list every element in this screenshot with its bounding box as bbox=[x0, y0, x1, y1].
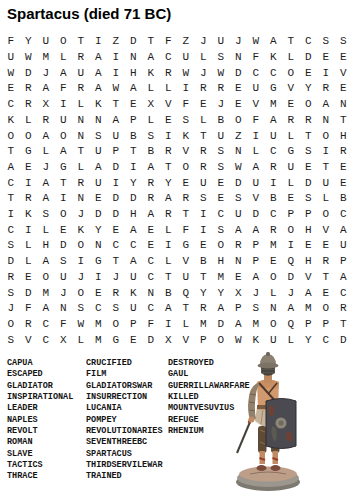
grid-cell: S bbox=[107, 301, 125, 317]
grid-cell: N bbox=[125, 50, 143, 66]
grid-cell: V bbox=[282, 81, 300, 97]
grid-cell: T bbox=[335, 112, 353, 128]
grid-cell: O bbox=[72, 285, 90, 301]
grid-cell: J bbox=[230, 34, 248, 50]
grid-cell: C bbox=[90, 301, 108, 317]
grid-cell: E bbox=[335, 175, 353, 191]
word-list-item: THRACE bbox=[7, 471, 73, 482]
grid-cell: O bbox=[282, 65, 300, 81]
grid-cell: H bbox=[37, 238, 55, 254]
grid-cell: E bbox=[142, 222, 160, 238]
grid-cell: O bbox=[55, 207, 73, 223]
grid-cell: R bbox=[107, 285, 125, 301]
grid-cell: L bbox=[142, 81, 160, 97]
grid-cell: I bbox=[90, 269, 108, 285]
grid-cell: A bbox=[125, 222, 143, 238]
grid-cell: R bbox=[300, 112, 318, 128]
grid-cell: A bbox=[335, 269, 353, 285]
grid-cell: O bbox=[265, 269, 283, 285]
grid-cell: A bbox=[90, 160, 108, 176]
grid-cell: T bbox=[195, 128, 213, 144]
grid-cell: H bbox=[125, 207, 143, 223]
grid-cell: I bbox=[107, 175, 125, 191]
grid-cell: D bbox=[300, 175, 318, 191]
grid-cell: A bbox=[90, 81, 108, 97]
grid-cell: A bbox=[230, 222, 248, 238]
grid-cell: R bbox=[265, 222, 283, 238]
grid-cell: F bbox=[55, 81, 73, 97]
grid-cell: A bbox=[230, 317, 248, 333]
grid-cell: T bbox=[72, 34, 90, 50]
grid-cell: L bbox=[282, 50, 300, 66]
grid-cell: R bbox=[20, 317, 38, 333]
grid-cell: R bbox=[335, 301, 353, 317]
grid-cell: V bbox=[177, 332, 195, 348]
grid-cell: O bbox=[317, 301, 335, 317]
grid-cell: L bbox=[20, 254, 38, 270]
grid-cell: P bbox=[282, 207, 300, 223]
grid-cell: R bbox=[72, 50, 90, 66]
grid-cell: V bbox=[247, 97, 265, 113]
grid-cell: V bbox=[335, 65, 353, 81]
grid-cell: C bbox=[265, 207, 283, 223]
grid-cell: I bbox=[107, 50, 125, 66]
grid-cell: O bbox=[212, 332, 230, 348]
grid-cell: D bbox=[230, 175, 248, 191]
grid-cell: A bbox=[37, 128, 55, 144]
grid-cell: P bbox=[107, 144, 125, 160]
word-list-item: NAPLES bbox=[7, 415, 73, 426]
grid-cell: H bbox=[125, 65, 143, 81]
grid-cell: W bbox=[177, 65, 195, 81]
grid-cell: T bbox=[177, 207, 195, 223]
grid-cell: R bbox=[20, 191, 38, 207]
grid-cell: D bbox=[125, 191, 143, 207]
grid-cell: L bbox=[317, 191, 335, 207]
grid-cell: A bbox=[265, 34, 283, 50]
grid-cell: D bbox=[20, 285, 38, 301]
grid-cell: L bbox=[265, 285, 283, 301]
grid-cell: S bbox=[212, 160, 230, 176]
grid-cell: E bbox=[317, 238, 335, 254]
grid-cell: S bbox=[90, 128, 108, 144]
grid-cell: U bbox=[55, 112, 73, 128]
grid-cell: T bbox=[195, 269, 213, 285]
grid-cell: R bbox=[195, 301, 213, 317]
grid-cell: S bbox=[72, 301, 90, 317]
grid-cell: O bbox=[212, 238, 230, 254]
word-list-item: TACTICS bbox=[7, 460, 73, 471]
grid-cell: P bbox=[335, 254, 353, 270]
grid-cell: T bbox=[282, 34, 300, 50]
grid-cell: E bbox=[335, 50, 353, 66]
grid-cell: A bbox=[125, 254, 143, 270]
grid-cell: E bbox=[282, 97, 300, 113]
grid-cell: K bbox=[90, 97, 108, 113]
word-list-item: THIRDSERVILEWAR bbox=[86, 460, 163, 471]
grid-cell: X bbox=[160, 332, 178, 348]
grid-cell: R bbox=[160, 65, 178, 81]
grid-cell: R bbox=[317, 81, 335, 97]
grid-cell: J bbox=[282, 285, 300, 301]
grid-cell: E bbox=[195, 238, 213, 254]
grid-cell: W bbox=[230, 160, 248, 176]
grid-cell: T bbox=[160, 269, 178, 285]
grid-cell: R bbox=[142, 175, 160, 191]
grid-cell: I bbox=[282, 238, 300, 254]
grid-cell: A bbox=[142, 207, 160, 223]
grid-cell: Y bbox=[300, 332, 318, 348]
grid-cell: E bbox=[212, 175, 230, 191]
grid-cell: Q bbox=[177, 285, 195, 301]
grid-cell: A bbox=[300, 285, 318, 301]
grid-cell: C bbox=[300, 34, 318, 50]
grid-cell: U bbox=[125, 269, 143, 285]
grid-cell: S bbox=[2, 238, 20, 254]
grid-cell: U bbox=[282, 160, 300, 176]
grid-cell: K bbox=[125, 285, 143, 301]
grid-cell: B bbox=[212, 112, 230, 128]
grid-cell: D bbox=[247, 207, 265, 223]
grid-cell: Y bbox=[300, 81, 318, 97]
grid-cell: U bbox=[212, 128, 230, 144]
grid-cell: F bbox=[160, 34, 178, 50]
grid-cell: D bbox=[212, 317, 230, 333]
grid-cell: L bbox=[55, 50, 73, 66]
grid-cell: E bbox=[195, 97, 213, 113]
grid-cell: W bbox=[247, 34, 265, 50]
grid-cell: C bbox=[247, 65, 265, 81]
word-list-item: CRUCIFIED bbox=[86, 358, 163, 369]
grid-cell: T bbox=[55, 175, 73, 191]
grid-cell: V bbox=[300, 269, 318, 285]
grid-cell: Y bbox=[125, 175, 143, 191]
grid-cell: O bbox=[282, 222, 300, 238]
grid-cell: A bbox=[212, 301, 230, 317]
grid-cell: T bbox=[300, 128, 318, 144]
grid-cell: F bbox=[247, 112, 265, 128]
grid-cell: I bbox=[72, 254, 90, 270]
grid-cell: E bbox=[55, 222, 73, 238]
grid-cell: N bbox=[230, 50, 248, 66]
grid-cell: R bbox=[265, 160, 283, 176]
grid-cell: S bbox=[55, 254, 73, 270]
gladiator-figurine bbox=[230, 352, 306, 494]
grid-cell: O bbox=[37, 269, 55, 285]
word-list-item: GLADIATORSWAR bbox=[86, 381, 163, 392]
grid-cell: U bbox=[195, 175, 213, 191]
grid-cell: L bbox=[142, 112, 160, 128]
grid-cell: D bbox=[2, 254, 20, 270]
grid-cell: L bbox=[37, 222, 55, 238]
grid-cell: K bbox=[247, 332, 265, 348]
grid-cell: U bbox=[335, 238, 353, 254]
grid-cell: O bbox=[20, 128, 38, 144]
grid-cell: E bbox=[2, 81, 20, 97]
grid-cell: R bbox=[37, 112, 55, 128]
grid-cell: A bbox=[317, 97, 335, 113]
word-list-item: FILM bbox=[86, 369, 163, 380]
grid-cell: X bbox=[142, 97, 160, 113]
grid-cell: E bbox=[335, 160, 353, 176]
grid-cell: M bbox=[37, 50, 55, 66]
grid-cell: I bbox=[90, 34, 108, 50]
grid-cell: L bbox=[160, 222, 178, 238]
grid-cell: C bbox=[212, 207, 230, 223]
grid-cell: Y bbox=[90, 222, 108, 238]
grid-cell: N bbox=[230, 254, 248, 270]
grid-cell: J bbox=[72, 207, 90, 223]
grid-cell: I bbox=[247, 128, 265, 144]
word-list-item: SPARTACUS bbox=[86, 449, 163, 460]
grid-cell: M bbox=[265, 97, 283, 113]
word-list-item: POMPEY bbox=[86, 415, 163, 426]
grid-cell: J bbox=[212, 97, 230, 113]
grid-cell: V bbox=[160, 97, 178, 113]
grid-cell: U bbox=[265, 332, 283, 348]
grid-cell: F bbox=[247, 50, 265, 66]
grid-cell: S bbox=[300, 191, 318, 207]
grid-cell: C bbox=[37, 332, 55, 348]
grid-cell: E bbox=[230, 81, 248, 97]
grid-cell: S bbox=[212, 144, 230, 160]
grid-cell: E bbox=[90, 285, 108, 301]
grid-cell: U bbox=[265, 128, 283, 144]
grid-cell: F bbox=[177, 97, 195, 113]
word-list-item: REVOLT bbox=[7, 426, 73, 437]
grid-cell: G bbox=[55, 160, 73, 176]
grid-cell: U bbox=[177, 269, 195, 285]
grid-cell: L bbox=[72, 332, 90, 348]
grid-cell: G bbox=[20, 144, 38, 160]
grid-cell: O bbox=[317, 128, 335, 144]
grid-cell: N bbox=[90, 238, 108, 254]
grid-cell: C bbox=[160, 50, 178, 66]
grid-cell: O bbox=[2, 317, 20, 333]
grid-cell: V bbox=[317, 222, 335, 238]
grid-cell: B bbox=[335, 191, 353, 207]
grid-cell: H bbox=[335, 128, 353, 144]
grid-cell: J bbox=[37, 160, 55, 176]
grid-cell: V bbox=[20, 332, 38, 348]
grid-cell: B bbox=[142, 144, 160, 160]
grid-cell: D bbox=[300, 50, 318, 66]
grid-cell: T bbox=[142, 34, 160, 50]
grid-cell: V bbox=[177, 254, 195, 270]
grid-cell: C bbox=[335, 285, 353, 301]
grid-cell: A bbox=[90, 50, 108, 66]
grid-cell: D bbox=[282, 269, 300, 285]
grid-cell: Y bbox=[160, 175, 178, 191]
grid-cell: W bbox=[212, 65, 230, 81]
grid-cell: T bbox=[107, 97, 125, 113]
grid-cell: V bbox=[247, 191, 265, 207]
grid-cell: D bbox=[335, 332, 353, 348]
grid-cell: Z bbox=[107, 34, 125, 50]
grid-cell: J bbox=[195, 34, 213, 50]
grid-cell: A bbox=[142, 50, 160, 66]
grid-cell: L bbox=[195, 50, 213, 66]
grid-cell: U bbox=[90, 144, 108, 160]
grid-cell: E bbox=[125, 332, 143, 348]
grid-cell: S bbox=[212, 50, 230, 66]
grid-cell: K bbox=[2, 112, 20, 128]
grid-cell: W bbox=[72, 317, 90, 333]
grid-cell: M bbox=[300, 301, 318, 317]
grid-cell: E bbox=[230, 97, 248, 113]
grid-cell: I bbox=[20, 222, 38, 238]
grid-cell: Q bbox=[282, 317, 300, 333]
grid-cell: S bbox=[195, 191, 213, 207]
grid-cell: T bbox=[107, 254, 125, 270]
grid-cell: N bbox=[72, 128, 90, 144]
grid-cell: N bbox=[317, 112, 335, 128]
grid-cell: U bbox=[247, 81, 265, 97]
grid-cell: B bbox=[160, 285, 178, 301]
grid-cell: J bbox=[2, 301, 20, 317]
grid-cell: N bbox=[142, 285, 160, 301]
grid-cell: I bbox=[2, 207, 20, 223]
grid-cell: N bbox=[72, 191, 90, 207]
grid-cell: I bbox=[20, 175, 38, 191]
grid-cell: F bbox=[55, 317, 73, 333]
grid-cell: O bbox=[72, 238, 90, 254]
word-list-item: ROMAN bbox=[7, 437, 73, 448]
grid-cell: S bbox=[142, 128, 160, 144]
grid-cell: R bbox=[195, 81, 213, 97]
grid-cell: M bbox=[247, 317, 265, 333]
grid-cell: E bbox=[230, 269, 248, 285]
word-list-column-1: CAPUAESCAPEDGLADIATORINSPIRATIONALLEADER… bbox=[7, 358, 73, 483]
grid-cell: D bbox=[90, 207, 108, 223]
grid-cell: Z bbox=[177, 34, 195, 50]
grid-cell: N bbox=[90, 112, 108, 128]
grid-cell: O bbox=[55, 128, 73, 144]
grid-cell: E bbox=[317, 285, 335, 301]
grid-cell: L bbox=[282, 128, 300, 144]
grid-cell: A bbox=[37, 191, 55, 207]
grid-cell: J bbox=[195, 65, 213, 81]
grid-cell: M bbox=[37, 285, 55, 301]
grid-cell: I bbox=[317, 65, 335, 81]
grid-cell: D bbox=[20, 65, 38, 81]
grid-cell: S bbox=[212, 222, 230, 238]
grid-cell: K bbox=[142, 65, 160, 81]
grid-cell: F bbox=[142, 317, 160, 333]
grid-cell: A bbox=[125, 81, 143, 97]
grid-cell: T bbox=[125, 144, 143, 160]
grid-cell: I bbox=[195, 207, 213, 223]
grid-cell: T bbox=[317, 160, 335, 176]
grid-cell: Y bbox=[212, 285, 230, 301]
grid-cell: M bbox=[212, 269, 230, 285]
grid-cell: X bbox=[230, 285, 248, 301]
word-list-item: INSURRECTION bbox=[86, 392, 163, 403]
grid-cell: H bbox=[212, 254, 230, 270]
grid-cell: Q bbox=[282, 254, 300, 270]
grid-cell: U bbox=[90, 175, 108, 191]
grid-cell: J bbox=[107, 269, 125, 285]
word-list-item: SEVENTHREEBC bbox=[86, 437, 163, 448]
grid-cell: Z bbox=[230, 128, 248, 144]
grid-cell: U bbox=[125, 301, 143, 317]
grid-cell: T bbox=[317, 269, 335, 285]
grid-cell: A bbox=[55, 144, 73, 160]
grid-cell: P bbox=[125, 317, 143, 333]
grid-cell: R bbox=[335, 144, 353, 160]
grid-cell: R bbox=[160, 144, 178, 160]
grid-cell: K bbox=[20, 207, 38, 223]
grid-cell: U bbox=[2, 50, 20, 66]
grid-cell: S bbox=[2, 285, 20, 301]
grid-cell: R bbox=[160, 207, 178, 223]
grid-cell: D bbox=[142, 332, 160, 348]
grid-cell: Y bbox=[20, 34, 38, 50]
grid-cell: E bbox=[20, 269, 38, 285]
grid-cell: R bbox=[282, 112, 300, 128]
grid-cell: A bbox=[37, 175, 55, 191]
grid-cell: I bbox=[317, 144, 335, 160]
grid-cell: I bbox=[160, 317, 178, 333]
grid-cell: N bbox=[230, 144, 248, 160]
grid-cell: R bbox=[20, 81, 38, 97]
grid-cell: W bbox=[20, 50, 38, 66]
grid-cell: O bbox=[265, 317, 283, 333]
grid-cell: E bbox=[90, 191, 108, 207]
grid-cell: E bbox=[317, 50, 335, 66]
grid-cell: S bbox=[2, 332, 20, 348]
grid-cell: N bbox=[335, 97, 353, 113]
grid-cell: E bbox=[265, 254, 283, 270]
grid-cell: G bbox=[90, 254, 108, 270]
grid-cell: L bbox=[282, 175, 300, 191]
grid-cell: C bbox=[2, 175, 20, 191]
grid-cell: P bbox=[247, 238, 265, 254]
grid-cell: R bbox=[195, 144, 213, 160]
grid-cell: E bbox=[300, 160, 318, 176]
grid-cell: K bbox=[72, 222, 90, 238]
grid-cell: C bbox=[265, 65, 283, 81]
grid-cell: E bbox=[142, 238, 160, 254]
grid-cell: X bbox=[37, 97, 55, 113]
grid-cell: W bbox=[107, 81, 125, 97]
grid-cell: T bbox=[72, 144, 90, 160]
grid-cell: L bbox=[72, 97, 90, 113]
grid-cell: C bbox=[2, 222, 20, 238]
grid-cell: I bbox=[160, 238, 178, 254]
grid-cell: L bbox=[177, 317, 195, 333]
grid-cell: J bbox=[72, 269, 90, 285]
grid-cell: T bbox=[2, 144, 20, 160]
grid-cell: F bbox=[2, 34, 20, 50]
word-list-item: TRAINED bbox=[86, 471, 163, 482]
grid-cell: A bbox=[90, 65, 108, 81]
grid-cell: R bbox=[177, 191, 195, 207]
grid-cell: A bbox=[55, 65, 73, 81]
grid-cell: R bbox=[2, 269, 20, 285]
grid-cell: U bbox=[55, 269, 73, 285]
grid-cell: S bbox=[335, 34, 353, 50]
grid-cell: L bbox=[160, 81, 178, 97]
grid-cell: S bbox=[247, 301, 265, 317]
grid-cell: I bbox=[107, 65, 125, 81]
grid-cell: R bbox=[20, 97, 38, 113]
word-list-item: ESCAPED bbox=[7, 369, 73, 380]
grid-cell: C bbox=[265, 144, 283, 160]
grid-cell: E bbox=[177, 175, 195, 191]
word-list-item: GLADIATOR bbox=[7, 381, 73, 392]
grid-cell: M bbox=[265, 238, 283, 254]
